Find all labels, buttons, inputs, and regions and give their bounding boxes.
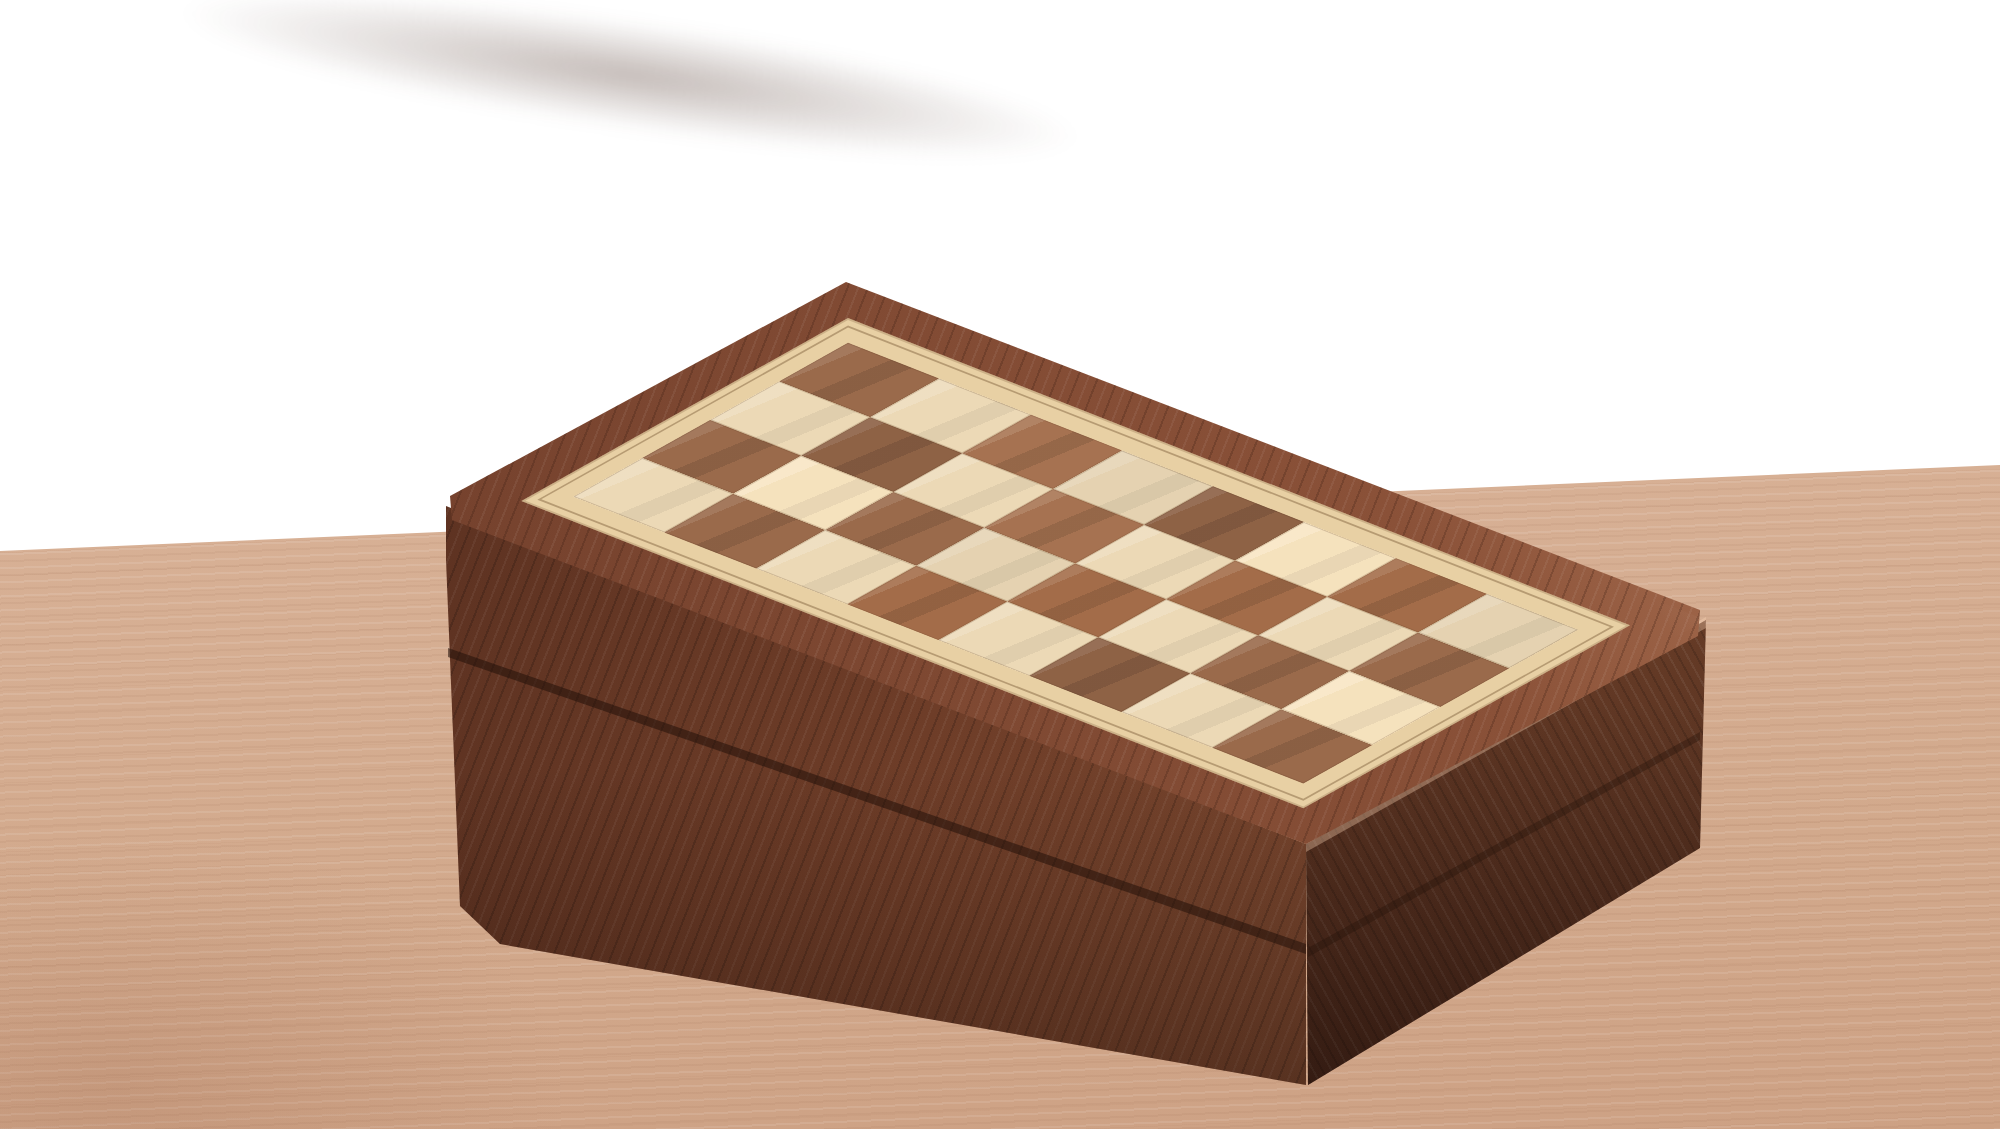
chessboard-lid-inlay — [521, 318, 1630, 808]
photo-scene — [0, 0, 2000, 1129]
box-contact-shadow — [0, 0, 1264, 237]
